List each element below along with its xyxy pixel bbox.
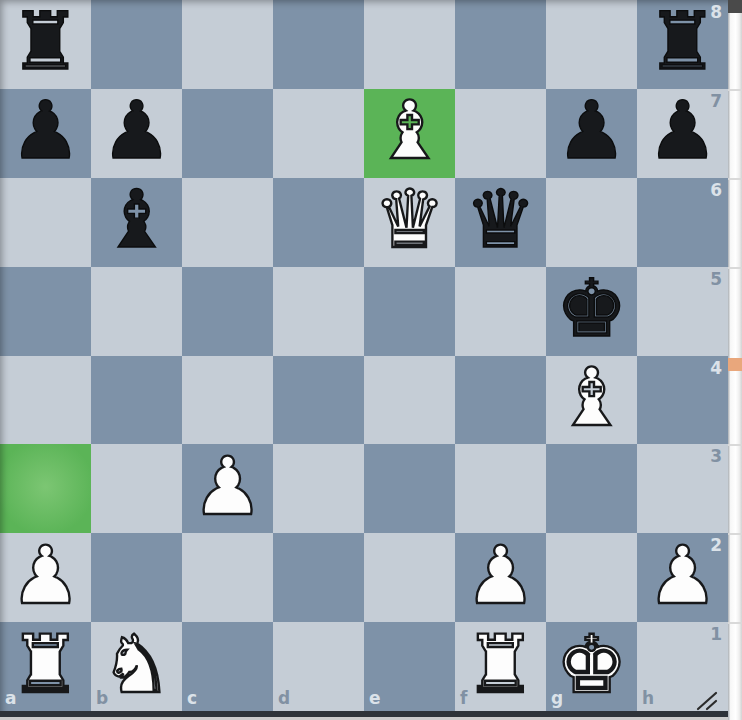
square-c4[interactable] [182, 356, 273, 445]
eval-gauge [728, 0, 742, 720]
square-b4[interactable] [91, 356, 182, 445]
square-a8[interactable]: ♜ [0, 0, 91, 89]
square-f1[interactable]: ♜ [455, 622, 546, 711]
square-g3[interactable] [546, 444, 637, 533]
square-a7[interactable]: ♟ [0, 89, 91, 178]
square-c6[interactable] [182, 178, 273, 267]
square-d5[interactable] [273, 267, 364, 356]
square-b2[interactable] [91, 533, 182, 622]
white-bishop[interactable]: ♝ [556, 358, 628, 438]
square-c8[interactable] [182, 0, 273, 89]
black-rook[interactable]: ♜ [10, 2, 82, 82]
square-d1[interactable] [273, 622, 364, 711]
black-pawn[interactable]: ♟ [10, 91, 82, 171]
square-f3[interactable] [455, 444, 546, 533]
white-pawn[interactable]: ♟ [10, 536, 82, 616]
square-d2[interactable] [273, 533, 364, 622]
square-d4[interactable] [273, 356, 364, 445]
gauge-tick [728, 444, 742, 446]
square-h5[interactable] [637, 267, 728, 356]
square-b6[interactable]: ♝ [91, 178, 182, 267]
square-c3[interactable]: ♟ [182, 444, 273, 533]
white-bishop[interactable]: ♝ [374, 91, 446, 171]
black-pawn[interactable]: ♟ [647, 91, 719, 171]
white-rook[interactable]: ♜ [10, 625, 82, 705]
white-rook[interactable]: ♜ [465, 625, 537, 705]
square-b8[interactable] [91, 0, 182, 89]
square-b3[interactable] [91, 444, 182, 533]
white-pawn[interactable]: ♟ [647, 536, 719, 616]
board-resize-handle[interactable] [695, 690, 719, 712]
square-h8[interactable]: ♜ [637, 0, 728, 89]
gauge-tick [728, 622, 742, 624]
square-a2[interactable]: ♟ [0, 533, 91, 622]
chess-board: ♜♜♟♟♝♟♟♝♛♛♚♝♟♟♟♟♜♞♜♚abcdefgh87654321 [0, 0, 728, 711]
square-e4[interactable] [364, 356, 455, 445]
square-c7[interactable] [182, 89, 273, 178]
square-c5[interactable] [182, 267, 273, 356]
square-g8[interactable] [546, 0, 637, 89]
square-f2[interactable]: ♟ [455, 533, 546, 622]
square-b1[interactable]: ♞ [91, 622, 182, 711]
square-a1[interactable]: ♜ [0, 622, 91, 711]
square-g4[interactable]: ♝ [546, 356, 637, 445]
white-pawn[interactable]: ♟ [465, 536, 537, 616]
square-e8[interactable] [364, 0, 455, 89]
square-f6[interactable]: ♛ [455, 178, 546, 267]
square-a3[interactable] [0, 444, 91, 533]
white-king[interactable]: ♚ [556, 625, 628, 705]
white-knight[interactable]: ♞ [101, 625, 173, 705]
black-pawn[interactable]: ♟ [556, 91, 628, 171]
black-bishop[interactable]: ♝ [101, 180, 173, 260]
square-a4[interactable] [0, 356, 91, 445]
square-h2[interactable]: ♟ [637, 533, 728, 622]
black-queen[interactable]: ♛ [465, 180, 537, 260]
gauge-marker-orange [728, 358, 742, 371]
square-d7[interactable] [273, 89, 364, 178]
gauge-tick [728, 178, 742, 180]
square-g7[interactable]: ♟ [546, 89, 637, 178]
square-e7[interactable]: ♝ [364, 89, 455, 178]
square-d8[interactable] [273, 0, 364, 89]
white-pawn[interactable]: ♟ [192, 447, 264, 527]
square-h6[interactable] [637, 178, 728, 267]
black-king[interactable]: ♚ [556, 269, 628, 349]
square-g1[interactable]: ♚ [546, 622, 637, 711]
square-e1[interactable] [364, 622, 455, 711]
gauge-tick [728, 89, 742, 91]
square-b5[interactable] [91, 267, 182, 356]
white-queen[interactable]: ♛ [374, 180, 446, 260]
square-e3[interactable] [364, 444, 455, 533]
square-h4[interactable] [637, 356, 728, 445]
square-c2[interactable] [182, 533, 273, 622]
square-g6[interactable] [546, 178, 637, 267]
square-g2[interactable] [546, 533, 637, 622]
gauge-tick [728, 533, 742, 535]
square-h3[interactable] [637, 444, 728, 533]
square-b7[interactable]: ♟ [91, 89, 182, 178]
square-a6[interactable] [0, 178, 91, 267]
eval-gauge-black-cap [728, 0, 742, 13]
square-h7[interactable]: ♟ [637, 89, 728, 178]
black-pawn[interactable]: ♟ [101, 91, 173, 171]
square-g5[interactable]: ♚ [546, 267, 637, 356]
black-rook[interactable]: ♜ [647, 2, 719, 82]
board-bottom-edge [0, 711, 728, 717]
square-a5[interactable] [0, 267, 91, 356]
square-f7[interactable] [455, 89, 546, 178]
square-e2[interactable] [364, 533, 455, 622]
square-f4[interactable] [455, 356, 546, 445]
square-d6[interactable] [273, 178, 364, 267]
square-f5[interactable] [455, 267, 546, 356]
square-e6[interactable]: ♛ [364, 178, 455, 267]
square-c1[interactable] [182, 622, 273, 711]
square-e5[interactable] [364, 267, 455, 356]
gauge-tick [728, 267, 742, 269]
square-f8[interactable] [455, 0, 546, 89]
square-d3[interactable] [273, 444, 364, 533]
